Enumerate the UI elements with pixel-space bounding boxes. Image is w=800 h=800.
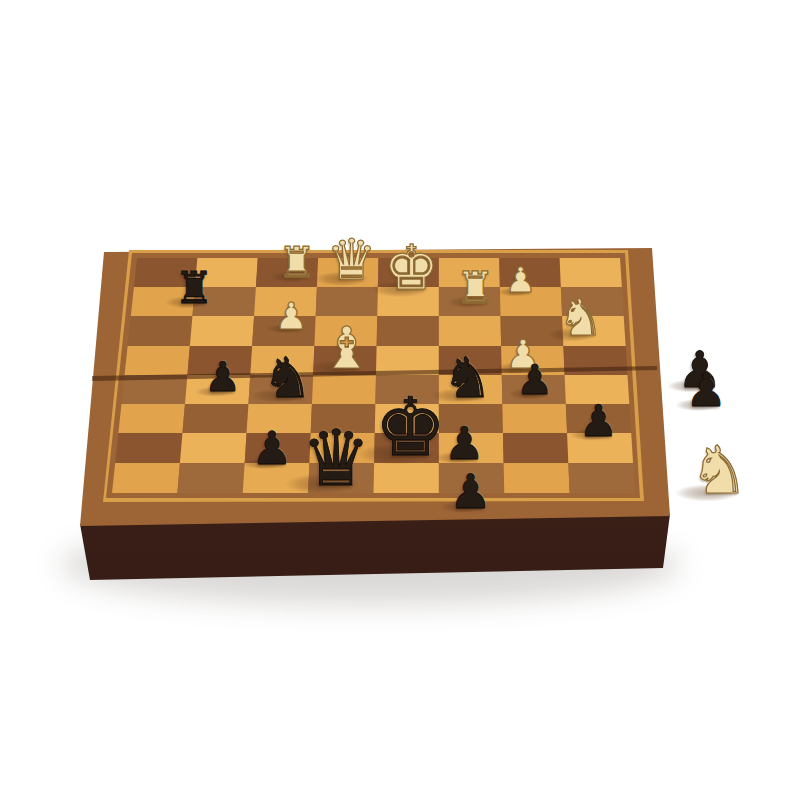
piece-black-pawn-h2[interactable]: ♟: [579, 399, 618, 443]
piece-white-queen-d8[interactable]: ♛: [327, 232, 377, 288]
offboard-black-pawn-2[interactable]: ♟: [685, 367, 726, 413]
piece-white-bishop-d5[interactable]: ♝: [321, 320, 373, 378]
product-photo-scene: ♜♛♚♟♜♜♟♞♝♟♟♟♟♞♞♟♟♚♟♟♛♞♟: [0, 0, 800, 800]
piece-black-pawn-g4[interactable]: ♟: [516, 360, 553, 401]
piece-black-knight-c4[interactable]: ♞: [263, 349, 313, 405]
piece-black-pawn-f2[interactable]: ♟: [444, 420, 485, 465]
piece-white-rook-f7[interactable]: ♜: [456, 266, 495, 310]
piece-black-knight-f4[interactable]: ♞: [443, 349, 493, 405]
piece-white-rook-c8[interactable]: ♜: [278, 243, 316, 285]
piece-black-pawn-b4[interactable]: ♟: [204, 358, 241, 399]
piece-white-king-e7[interactable]: ♚: [384, 237, 439, 299]
piece-black-pawn-f1[interactable]: ♟: [449, 468, 491, 515]
piece-white-pawn-g7[interactable]: ♟: [505, 263, 536, 298]
piece-black-pawn-c2[interactable]: ♟: [252, 426, 293, 472]
piece-white-knight-h6[interactable]: ♞: [558, 292, 603, 343]
offboard-white-knight[interactable]: ♞: [689, 438, 748, 504]
piece-white-pawn-c6[interactable]: ♟: [275, 298, 308, 335]
piece-black-rook-b7[interactable]: ♜: [174, 266, 213, 310]
piece-black-queen-d1[interactable]: ♛: [301, 420, 370, 497]
